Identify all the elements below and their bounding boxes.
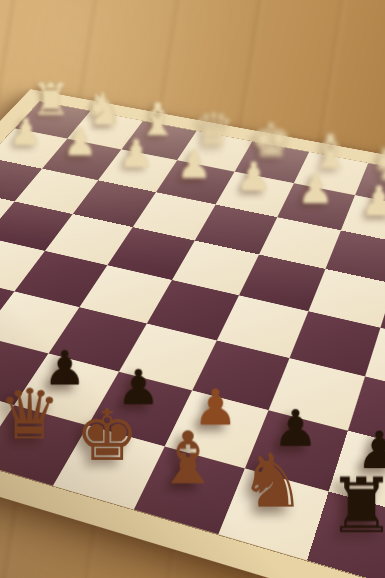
chess-photo-scene: ♜♞♝♛♚♝♞♜♟♟♟♟♟♟♟♟♟♟♟♟♟♟♟♟♜♞♝♛♚♝♞♜: [0, 0, 385, 578]
square-h8[interactable]: ♜: [307, 492, 385, 578]
white-pawn-g2[interactable]: ♟: [337, 181, 385, 222]
chess-board: ♜♞♝♛♚♝♞♜♟♟♟♟♟♟♟♟♟♟♟♟♟♟♟♟♜♞♝♛♚♝♞♜: [0, 89, 385, 578]
chess-board-grid: ♜♞♝♛♚♝♞♜♟♟♟♟♟♟♟♟♟♟♟♟♟♟♟♟♜♞♝♛♚♝♞♜: [0, 102, 385, 578]
black-rook-h8[interactable]: ♜: [302, 467, 385, 543]
square-g5[interactable]: [290, 311, 381, 376]
